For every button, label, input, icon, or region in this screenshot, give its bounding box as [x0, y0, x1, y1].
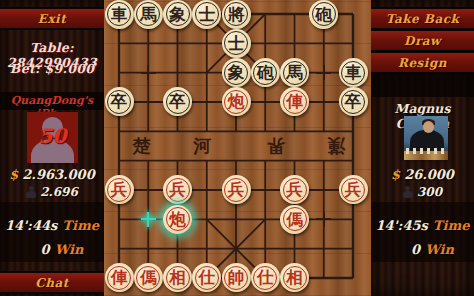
piece-ring — [283, 61, 307, 85]
piece-red-pawn-f3r7[interactable]: 兵 — [163, 175, 192, 204]
piece-ring — [341, 61, 365, 85]
piece-black-elephant-f3r1[interactable]: 象 — [163, 0, 192, 29]
piece-red-horse-f7r8[interactable]: 傌 — [280, 205, 309, 234]
piece-black-cannon-f8r1[interactable]: 砲 — [309, 0, 338, 29]
piece-ring — [224, 2, 248, 26]
turn-countdown: 50 — [27, 124, 78, 148]
right-name-band — [371, 72, 474, 97]
right-score-value: 300 — [417, 185, 442, 199]
piece-red-elephant-f7r10[interactable]: 相 — [280, 263, 309, 292]
left-sidebar: Exit Table: 2842990433 Bet: $9.000 Quang… — [0, 0, 104, 296]
exit-button[interactable]: Exit — [0, 7, 104, 30]
right-time-value: 14':45s — [376, 218, 428, 233]
left-time-label: Time — [62, 218, 99, 233]
left-win-label: Win — [55, 242, 84, 257]
piece-black-pawn-f3r4[interactable]: 卒 — [163, 87, 192, 116]
piece-ring — [283, 207, 307, 231]
piece-black-elephant-f5r3[interactable]: 象 — [222, 58, 251, 87]
piece-black-chariot-f1r1[interactable]: 車 — [105, 0, 134, 29]
piece-red-elephant-f3r10[interactable]: 相 — [163, 263, 192, 292]
chat-button[interactable]: Chat — [0, 271, 104, 294]
right-win-label: Win — [425, 242, 454, 257]
piece-red-horse-f2r10[interactable]: 傌 — [134, 263, 163, 292]
rank-person-icon — [26, 186, 36, 199]
resign-button[interactable]: Resign — [371, 51, 474, 74]
piece-ring — [166, 2, 190, 26]
piece-ring — [224, 90, 248, 114]
dollar-icon: $ — [391, 167, 400, 182]
right-win-value: 0 — [411, 242, 420, 257]
piece-red-general-f5r10[interactable]: 帥 — [222, 263, 251, 292]
right-sidebar: Take Back Draw Resign Magnus Carlsen $ 2… — [371, 0, 474, 296]
draw-button[interactable]: Draw — [371, 29, 474, 52]
piece-red-cannon-f3r8[interactable]: 炮 — [163, 205, 192, 234]
piece-black-horse-f2r1[interactable]: 馬 — [134, 0, 163, 29]
left-money-value: 2.963.000 — [22, 167, 94, 182]
draw-label: Draw — [404, 34, 441, 48]
take-back-label: Take Back — [386, 12, 460, 26]
left-time-row: 14':44s Time — [0, 218, 104, 233]
piece-ring — [166, 178, 190, 202]
dollar-icon: $ — [9, 167, 18, 182]
piece-ring — [341, 178, 365, 202]
piece-ring — [166, 207, 190, 231]
piece-ring — [312, 2, 336, 26]
piece-red-chariot-f1r10[interactable]: 俥 — [105, 263, 134, 292]
piece-black-chariot-f9r3[interactable]: 車 — [339, 58, 368, 87]
piece-ring — [166, 266, 190, 290]
piece-ring — [195, 2, 219, 26]
left-time-value: 14':44s — [5, 218, 57, 233]
piece-ring — [341, 90, 365, 114]
left-win-row: 0 Win — [0, 242, 114, 257]
right-time-row: 14':45s Time — [371, 218, 474, 233]
exit-label: Exit — [38, 12, 66, 26]
piece-red-pawn-f9r7[interactable]: 兵 — [339, 175, 368, 204]
resign-label: Resign — [398, 56, 447, 70]
left-score-row: 2.696 — [0, 184, 104, 200]
left-money-row: $ 2.963.000 — [0, 166, 104, 182]
piece-red-pawn-f5r7[interactable]: 兵 — [222, 175, 251, 204]
rank-person-icon — [403, 186, 413, 199]
piece-ring — [253, 61, 277, 85]
piece-red-advisor-f4r10[interactable]: 仕 — [192, 263, 221, 292]
piece-red-cannon-f5r4[interactable]: 炮 — [222, 87, 251, 116]
right-money-row: $ 26.000 — [371, 166, 474, 182]
piece-ring — [283, 266, 307, 290]
right-score-row: 300 — [371, 184, 474, 200]
right-timer-panel: 14':45s Time 0 Win — [371, 202, 474, 262]
piece-ring — [283, 90, 307, 114]
piece-black-pawn-f9r4[interactable]: 卒 — [339, 87, 368, 116]
right-time-label: Time — [433, 218, 470, 233]
bet-label: Bet: $9.000 — [0, 61, 104, 76]
piece-black-pawn-f1r4[interactable]: 卒 — [105, 87, 134, 116]
piece-ring — [166, 90, 190, 114]
right-money-value: 26.000 — [404, 167, 454, 182]
piece-ring — [224, 266, 248, 290]
piece-red-pawn-f1r7[interactable]: 兵 — [105, 175, 134, 204]
piece-ring — [224, 31, 248, 55]
piece-ring — [107, 2, 131, 26]
xiangqi-game-screen: 楚 河漢 界 車馬象士將砲士象砲馬車卒卒卒炮俥兵兵兵兵兵炮傌俥傌相仕帥仕相 Ex… — [0, 0, 474, 296]
left-timer-panel: 14':44s Time 0 Win — [0, 202, 104, 262]
right-player-avatar-photo — [404, 116, 448, 160]
left-player-avatar: 50 — [27, 112, 78, 163]
piece-ring — [224, 61, 248, 85]
piece-ring — [283, 178, 307, 202]
piece-black-advisor-f4r1[interactable]: 士 — [192, 0, 221, 29]
point-marker-f2r3 — [141, 65, 156, 80]
point-marker-f8r8 — [316, 212, 331, 227]
piece-ring — [107, 178, 131, 202]
piece-black-horse-f7r3[interactable]: 馬 — [280, 58, 309, 87]
point-marker-f8r3 — [316, 65, 331, 80]
piece-ring — [195, 266, 219, 290]
left-score-value: 2.696 — [40, 185, 78, 199]
piece-black-cannon-f6r3[interactable]: 砲 — [251, 58, 280, 87]
piece-ring — [224, 178, 248, 202]
piece-ring — [107, 90, 131, 114]
chat-label: Chat — [35, 276, 69, 290]
piece-black-general-f5r1[interactable]: 將 — [222, 0, 251, 29]
take-back-button[interactable]: Take Back — [371, 7, 474, 30]
left-win-value: 0 — [41, 242, 50, 257]
piece-ring — [107, 266, 131, 290]
piece-red-pawn-f7r7[interactable]: 兵 — [280, 175, 309, 204]
right-win-row: 0 Win — [371, 242, 474, 257]
piece-black-advisor-f5r2[interactable]: 士 — [222, 29, 251, 58]
piece-red-advisor-f6r10[interactable]: 仕 — [251, 263, 280, 292]
photo-chess-pieces — [406, 148, 446, 154]
piece-red-chariot-f7r4[interactable]: 俥 — [280, 87, 309, 116]
photo-face — [423, 121, 434, 133]
point-marker-f2r8 — [141, 212, 156, 227]
